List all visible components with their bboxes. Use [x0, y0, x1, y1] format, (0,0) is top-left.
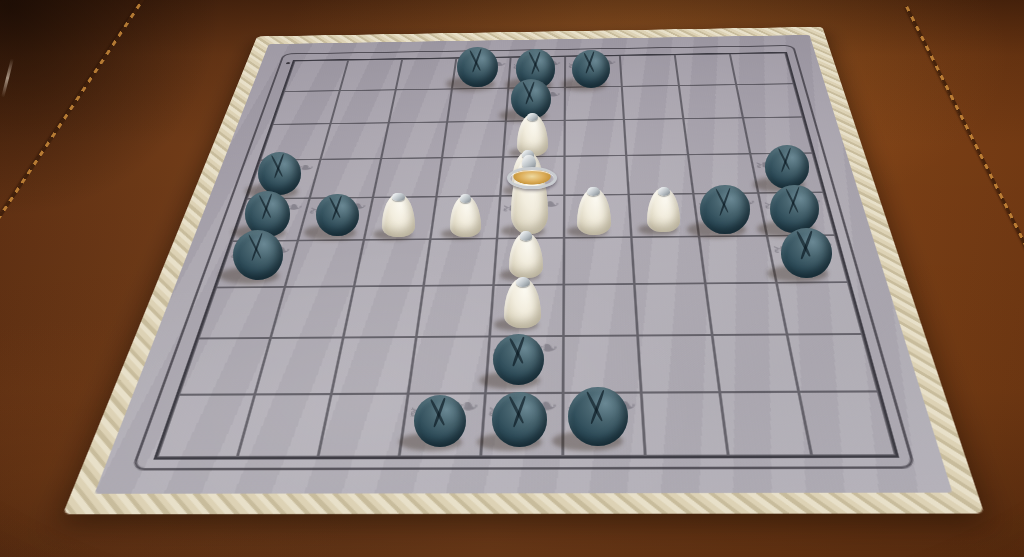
square-b2[interactable] — [255, 337, 343, 394]
square-g9[interactable] — [620, 55, 679, 87]
square-a8[interactable] — [273, 91, 340, 125]
square-d3[interactable] — [416, 285, 493, 337]
square-d6[interactable] — [436, 157, 503, 197]
camp-ornament: ❧✿❧ — [565, 56, 622, 88]
square-h6[interactable] — [688, 154, 758, 194]
square-g4[interactable] — [631, 236, 705, 283]
square-g6[interactable] — [626, 155, 693, 195]
square-i5[interactable]: ❧✿❧ — [758, 192, 835, 236]
square-d1[interactable]: ❧✿❧ — [399, 393, 485, 456]
square-i9[interactable] — [730, 53, 794, 85]
square-b7[interactable] — [321, 123, 389, 160]
square-i7[interactable] — [743, 117, 813, 154]
square-b8[interactable] — [331, 90, 396, 124]
square-h1[interactable] — [720, 392, 812, 456]
square-h2[interactable] — [712, 334, 799, 392]
square-d7[interactable] — [442, 121, 506, 158]
square-b5[interactable]: ❧✿❧ — [298, 197, 373, 240]
square-f6[interactable] — [564, 155, 628, 195]
square-c4[interactable] — [354, 239, 430, 286]
square-b3[interactable] — [271, 286, 355, 338]
camp-ornament: ❧✿❧ — [486, 336, 563, 393]
square-b9[interactable] — [340, 59, 402, 90]
camp-ornament: ❧✿❧ — [404, 393, 485, 456]
camp-ornament: ❧✿❧ — [750, 153, 823, 193]
wood-highlight-scratch — [1, 58, 14, 98]
square-f8[interactable] — [565, 86, 624, 120]
square-h8[interactable] — [679, 85, 743, 119]
square-i6[interactable]: ❧✿❧ — [750, 153, 823, 193]
camp-ornament: ❧✿❧ — [758, 192, 835, 236]
square-f7[interactable] — [565, 119, 627, 156]
square-e5[interactable]: ❧✿❧ — [497, 195, 564, 238]
square-f1[interactable]: ❧✿❧ — [563, 393, 646, 457]
square-c7[interactable] — [381, 122, 447, 159]
square-c3[interactable] — [343, 286, 423, 338]
camp-ornament: ❧✿❧ — [237, 198, 304, 241]
square-e7[interactable] — [503, 120, 565, 157]
square-e2[interactable]: ❧✿❧ — [485, 336, 563, 393]
photo-scene: ❧✿❧❧✿❧❧✿❧❧✿❧❧✿❧❧✿❧❧✿❧❧✿❧❧✿❧❧✿❧❧✿❧❧✿❧❧✿❧❧… — [0, 0, 1024, 557]
square-e9[interactable]: ❧✿❧ — [508, 57, 565, 88]
square-c9[interactable] — [396, 58, 457, 89]
square-c5[interactable] — [364, 197, 437, 240]
square-f5[interactable] — [564, 194, 631, 237]
camp-ornament: ❧✿❧ — [482, 393, 564, 457]
square-i8[interactable] — [736, 84, 803, 118]
throne-ornament: ❧✿❧ — [497, 195, 564, 238]
square-a5[interactable]: ❧✿❧ — [232, 198, 310, 241]
square-h9[interactable] — [675, 54, 736, 86]
square-i4[interactable]: ❧✿❧ — [767, 235, 848, 283]
square-f9[interactable]: ❧✿❧ — [565, 56, 622, 88]
square-g8[interactable] — [622, 85, 683, 119]
square-a7[interactable] — [260, 124, 330, 160]
square-d4[interactable] — [424, 239, 497, 286]
square-e3[interactable] — [490, 285, 564, 337]
square-d9[interactable]: ❧✿❧ — [452, 57, 511, 88]
square-e6[interactable] — [500, 156, 564, 196]
square-g2[interactable] — [638, 335, 720, 393]
square-h5[interactable]: ❧✿❧ — [693, 193, 767, 236]
square-c8[interactable] — [389, 89, 452, 123]
square-a9[interactable] — [284, 60, 348, 91]
square-d8[interactable] — [447, 88, 508, 122]
square-b1[interactable] — [237, 394, 331, 457]
square-h7[interactable] — [683, 118, 750, 155]
square-g3[interactable] — [634, 283, 712, 335]
square-d2[interactable] — [408, 336, 490, 393]
square-i1[interactable] — [799, 391, 896, 455]
square-f2[interactable] — [563, 335, 641, 392]
square-h3[interactable] — [705, 283, 787, 335]
square-c6[interactable] — [373, 158, 442, 198]
square-d5[interactable] — [430, 196, 500, 239]
square-g1[interactable] — [641, 392, 728, 456]
square-f4[interactable] — [564, 237, 635, 284]
camp-ornament: ❧✿❧ — [506, 87, 565, 121]
square-h4[interactable] — [699, 236, 777, 284]
camp-ornament: ❧✿❧ — [453, 57, 510, 88]
square-e1[interactable]: ❧✿❧ — [481, 393, 563, 457]
square-e4[interactable] — [494, 238, 565, 285]
camp-ornament: ❧✿❧ — [221, 241, 292, 288]
square-c1[interactable] — [318, 394, 408, 457]
square-g7[interactable] — [624, 119, 688, 156]
square-i2[interactable] — [787, 334, 878, 392]
square-b6[interactable] — [310, 159, 381, 199]
square-g5[interactable] — [629, 194, 699, 237]
camp-ornament: ❧✿❧ — [303, 197, 368, 240]
square-e8[interactable]: ❧✿❧ — [506, 87, 565, 121]
square-c2[interactable] — [331, 337, 416, 394]
camp-ornament: ❧✿❧ — [252, 159, 316, 199]
square-i3[interactable] — [777, 282, 863, 334]
square-b4[interactable] — [285, 240, 364, 287]
square-f3[interactable] — [563, 284, 637, 336]
camp-ornament: ❧✿❧ — [767, 235, 848, 283]
camp-ornament: ❧✿❧ — [508, 57, 565, 88]
square-a6[interactable]: ❧✿❧ — [247, 159, 321, 199]
camp-ornament: ❧✿❧ — [693, 193, 767, 236]
stitched-seam-left — [0, 0, 147, 246]
camp-ornament: ❧✿❧ — [563, 393, 646, 457]
